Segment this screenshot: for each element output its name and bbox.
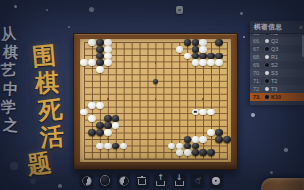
tool-trash-button[interactable] — [136, 174, 149, 187]
white-stone — [192, 136, 199, 143]
move-number: 68. — [253, 54, 262, 60]
snow-dot — [251, 113, 255, 117]
square-marker — [194, 111, 196, 113]
black-stone-icon — [265, 79, 269, 83]
move-number: 70. — [253, 70, 262, 76]
white-stone — [88, 115, 95, 122]
board-pin-icon — [176, 6, 183, 14]
black-stone — [215, 129, 222, 136]
white-stone — [176, 46, 183, 53]
black-stone — [96, 46, 103, 53]
black-stone-icon — [265, 95, 269, 99]
star-point — [155, 138, 157, 140]
move-row[interactable]: 70.S3 — [250, 69, 304, 77]
caption-char: 学 — [0, 97, 16, 116]
black-stone-icon — [101, 176, 110, 185]
white-stone — [215, 59, 222, 66]
move-row[interactable]: 67.Q3 — [250, 45, 304, 53]
title-char: 棋 — [34, 68, 59, 96]
move-row[interactable]: 68.R1 — [250, 53, 304, 61]
black-stone — [192, 149, 199, 156]
snow-dot — [68, 26, 70, 28]
move-coordinate: K10 — [271, 94, 281, 100]
black-stone — [184, 136, 191, 143]
white-stone — [88, 59, 95, 66]
black-stone — [215, 53, 222, 60]
white-stone — [112, 122, 119, 129]
download-icon — [175, 177, 184, 186]
stones-layer — [80, 39, 231, 162]
upload-icon — [156, 177, 165, 186]
contrast-stone-icon — [83, 177, 91, 185]
black-stone — [96, 39, 103, 46]
tool-hand-pointer-button[interactable]: ☝ — [191, 174, 204, 187]
go-board[interactable] — [80, 39, 231, 162]
star-point — [155, 62, 157, 64]
panel-title: 棋谱信息 — [254, 23, 282, 32]
white-stone — [120, 143, 127, 150]
snow-dot — [46, 9, 48, 11]
white-stone — [96, 102, 103, 109]
white-stone-icon — [265, 39, 269, 43]
white-stone — [192, 109, 199, 116]
hand-pointer-icon: ☝ — [194, 175, 202, 185]
white-stone — [199, 39, 206, 46]
tool-split-stone-button[interactable] — [117, 174, 130, 187]
white-stone — [104, 46, 111, 53]
goban-frame — [73, 33, 238, 170]
black-stone — [192, 143, 199, 150]
wooden-table-corner — [261, 178, 304, 190]
black-stone — [215, 39, 222, 46]
snow-dot — [284, 148, 288, 152]
white-stone — [88, 39, 95, 46]
panel-scrollbar[interactable] — [302, 35, 304, 57]
panel-header: 棋谱信息 « — [250, 21, 304, 34]
white-stone — [80, 109, 87, 116]
tool-marked-stone-button[interactable] — [210, 174, 223, 187]
white-stone-icon — [265, 55, 269, 59]
black-stone — [153, 79, 158, 84]
black-stone — [199, 53, 206, 60]
black-stone — [184, 39, 191, 46]
move-coordinate: Q2 — [271, 38, 278, 44]
snow-dot — [89, 7, 94, 12]
move-row[interactable]: 71.T2 — [250, 77, 304, 85]
black-stone — [223, 136, 230, 143]
page-title-calligraphy: 围棋死活题 — [22, 42, 52, 177]
move-coordinate: S2 — [271, 62, 278, 68]
white-stone — [184, 149, 191, 156]
caption-char: 棋 — [2, 43, 18, 62]
white-stone — [199, 136, 206, 143]
black-stone — [112, 143, 119, 150]
move-row[interactable]: 66.Q2 — [250, 37, 304, 45]
screenshot-stage: 从棋艺中学之 围棋死活题 棋谱信息 « 65.R266.Q267.Q368.R1… — [0, 0, 304, 190]
move-number: 71. — [253, 78, 262, 84]
snow-dot — [270, 171, 273, 174]
black-stone-icon — [265, 47, 269, 51]
caption-char: 艺 — [0, 61, 16, 80]
move-number: 73. — [253, 94, 262, 100]
tool-contrast-stone-button[interactable] — [80, 174, 93, 187]
star-point — [202, 98, 204, 100]
move-row[interactable]: 69.S2 — [250, 61, 304, 69]
white-stone — [104, 53, 111, 60]
tool-download-button[interactable] — [173, 174, 186, 187]
black-stone — [207, 149, 214, 156]
black-stone — [96, 59, 103, 66]
move-row[interactable]: 73.K10 — [250, 93, 304, 101]
caption-char: 中 — [2, 79, 18, 98]
black-stone — [112, 115, 119, 122]
snow-dot — [10, 162, 18, 170]
white-stone — [176, 149, 183, 156]
snow-dot — [243, 36, 245, 38]
white-stone-icon — [265, 71, 269, 75]
move-coordinate: T2 — [271, 78, 277, 84]
black-stone — [184, 143, 191, 150]
title-char: 死 — [36, 95, 63, 125]
white-stone — [104, 129, 111, 136]
snow-dot — [58, 184, 62, 188]
panel-footer — [250, 101, 304, 105]
black-stone — [104, 115, 111, 122]
black-stone — [215, 136, 222, 143]
white-stone — [199, 109, 206, 116]
white-stone — [104, 143, 111, 150]
white-stone — [207, 109, 214, 116]
move-number: 65. — [253, 34, 262, 36]
white-stone-icon — [265, 87, 269, 91]
black-stone — [192, 46, 199, 53]
move-number: 72. — [253, 86, 262, 92]
white-stone — [96, 143, 103, 150]
star-point — [155, 98, 157, 100]
black-stone — [96, 129, 103, 136]
move-coordinate: R2 — [271, 34, 278, 36]
black-stone-icon — [265, 34, 269, 35]
move-coordinate: Q3 — [271, 46, 278, 52]
caption-char: 从 — [0, 25, 16, 44]
black-stone — [96, 53, 103, 60]
title-char: 题 — [25, 148, 53, 178]
black-stone — [192, 53, 199, 60]
game-record-panel: 棋谱信息 « 65.R266.Q267.Q368.R169.S270.S371.… — [250, 21, 304, 104]
title-char: 围 — [31, 41, 57, 70]
black-stone — [192, 39, 199, 46]
white-stone — [199, 59, 206, 66]
caption-char: 之 — [2, 116, 18, 135]
move-number: 69. — [253, 62, 262, 68]
black-stone-icon — [265, 63, 269, 67]
tool-upload-button[interactable] — [154, 174, 167, 187]
edit-toolbar: ☝ — [80, 174, 223, 187]
trash-icon — [138, 179, 146, 186]
move-list: 65.R266.Q267.Q368.R169.S270.S371.T272.T3… — [250, 34, 304, 101]
star-point — [107, 138, 109, 140]
title-char: 活 — [39, 122, 65, 151]
white-stone — [184, 53, 191, 60]
white-stone — [199, 46, 206, 53]
white-stone — [104, 59, 111, 66]
left-caption-calligraphy: 从棋艺中学之 — [1, 25, 17, 134]
white-stone — [192, 59, 199, 66]
move-coordinate: T3 — [271, 86, 277, 92]
white-stone — [207, 59, 214, 66]
move-number: 66. — [253, 38, 262, 44]
snow-dot — [240, 12, 243, 15]
white-stone — [96, 66, 103, 73]
snow-dot — [14, 5, 17, 8]
move-row[interactable]: 72.T3 — [250, 85, 304, 93]
white-stone — [104, 39, 111, 46]
tool-black-stone-button[interactable] — [99, 174, 112, 187]
split-stone-icon — [120, 177, 128, 185]
black-stone — [207, 53, 214, 60]
move-number: 67. — [253, 46, 262, 52]
star-point — [107, 98, 109, 100]
black-stone — [199, 149, 206, 156]
white-stone — [176, 143, 183, 150]
collapse-icon[interactable]: « — [299, 24, 303, 31]
black-stone — [88, 129, 95, 136]
white-stone — [168, 143, 175, 150]
marked-stone-icon — [212, 177, 220, 185]
black-stone — [104, 122, 111, 129]
black-stone — [96, 122, 103, 129]
white-stone — [207, 129, 214, 136]
move-coordinate: R1 — [271, 54, 278, 60]
white-stone — [80, 59, 87, 66]
move-coordinate: S3 — [271, 70, 278, 76]
white-stone — [88, 102, 95, 109]
